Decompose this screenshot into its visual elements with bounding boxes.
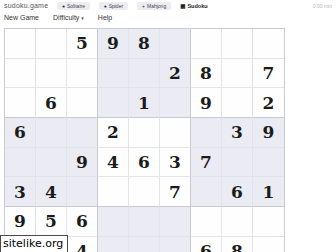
cell-r2c2[interactable] — [36, 59, 67, 89]
cell-r5c2[interactable] — [36, 148, 67, 178]
site-logo: sudoku.game — [4, 2, 48, 9]
menu-label: Help — [98, 14, 112, 21]
game-site-nav: ♠ Solitaire ♠ Spider + Mahjong ▦ Sudoku — [57, 2, 207, 10]
cell-r4c3[interactable] — [67, 118, 98, 148]
cell-r8c9[interactable] — [253, 237, 284, 252]
cell-r5c6[interactable]: 3 — [160, 148, 191, 178]
nav-label: Sudoku — [187, 3, 207, 9]
cell-r1c5[interactable]: 8 — [129, 29, 160, 59]
cell-r1c4[interactable]: 9 — [98, 29, 129, 59]
cell-r5c4[interactable]: 4 — [98, 148, 129, 178]
cell-r3c6[interactable] — [160, 88, 191, 118]
cell-r2c5[interactable] — [129, 59, 160, 89]
cell-r4c4[interactable]: 2 — [98, 118, 129, 148]
cell-r5c5[interactable]: 6 — [129, 148, 160, 178]
menu-new-game[interactable]: New Game — [4, 14, 39, 21]
cell-r3c1[interactable] — [5, 88, 36, 118]
cell-r1c6[interactable] — [160, 29, 191, 59]
spade-icon: ♠ — [104, 3, 107, 9]
cell-r8c7[interactable]: 6 — [191, 237, 222, 252]
cell-r4c1[interactable]: 6 — [5, 118, 36, 148]
spade-icon: ♠ — [62, 3, 65, 9]
cell-r6c8[interactable]: 6 — [222, 177, 253, 207]
cell-r3c3[interactable] — [67, 88, 98, 118]
cell-r3c9[interactable]: 2 — [253, 88, 284, 118]
nav-label: Spider — [109, 3, 123, 9]
cell-r8c6[interactable] — [160, 237, 191, 252]
cell-r2c4[interactable] — [98, 59, 129, 89]
cell-r1c3[interactable]: 5 — [67, 29, 98, 59]
cell-r4c6[interactable] — [160, 118, 191, 148]
cell-r6c5[interactable] — [129, 177, 160, 207]
cell-r7c6[interactable] — [160, 207, 191, 237]
chevron-down-icon: ▾ — [81, 15, 84, 21]
menu-bar: New Game Difficulty ▾ Help — [0, 11, 336, 24]
cell-r6c9[interactable]: 1 — [253, 177, 284, 207]
cell-r1c8[interactable] — [222, 29, 253, 59]
cell-r3c4[interactable] — [98, 88, 129, 118]
menu-difficulty[interactable]: Difficulty ▾ — [53, 14, 84, 21]
cell-r7c9[interactable] — [253, 207, 284, 237]
cell-r4c9[interactable]: 9 — [253, 118, 284, 148]
cell-r2c1[interactable] — [5, 59, 36, 89]
nav-item-sudoku[interactable]: ▦ Sudoku — [180, 3, 207, 9]
cell-r5c1[interactable] — [5, 148, 36, 178]
cell-r2c7[interactable]: 8 — [191, 59, 222, 89]
cell-r3c2[interactable]: 6 — [36, 88, 67, 118]
timer-text: 0:00 min — [313, 3, 332, 9]
sudoku-board: 598287619262399463734761956468 — [4, 28, 285, 252]
cell-r7c4[interactable] — [98, 207, 129, 237]
cell-r6c1[interactable]: 3 — [5, 177, 36, 207]
watermark: sitelike.org — [0, 235, 68, 252]
nav-item-spider[interactable]: ♠ Spider — [99, 2, 128, 10]
cell-r5c7[interactable]: 7 — [191, 148, 222, 178]
cell-r1c7[interactable] — [191, 29, 222, 59]
cell-r4c2[interactable] — [36, 118, 67, 148]
cell-r6c7[interactable] — [191, 177, 222, 207]
cell-r3c5[interactable]: 1 — [129, 88, 160, 118]
cell-r8c4[interactable] — [98, 237, 129, 252]
cell-r5c8[interactable] — [222, 148, 253, 178]
cell-r2c8[interactable] — [222, 59, 253, 89]
menu-label: New Game — [4, 14, 39, 21]
top-header-bar: sudoku.game ♠ Solitaire ♠ Spider + Mahjo… — [0, 0, 336, 11]
mahjong-icon: + — [142, 3, 145, 9]
cell-r1c2[interactable] — [36, 29, 67, 59]
cell-r2c3[interactable] — [67, 59, 98, 89]
cell-r5c9[interactable] — [253, 148, 284, 178]
sudoku-game-page: sudoku.game ♠ Solitaire ♠ Spider + Mahjo… — [0, 0, 336, 252]
cell-r8c8[interactable]: 8 — [222, 237, 253, 252]
cell-r6c6[interactable]: 7 — [160, 177, 191, 207]
cell-r4c5[interactable] — [129, 118, 160, 148]
cell-r3c8[interactable] — [222, 88, 253, 118]
menu-label: Difficulty — [53, 14, 79, 21]
cell-r1c9[interactable] — [253, 29, 284, 59]
cell-r4c8[interactable]: 3 — [222, 118, 253, 148]
cell-r3c7[interactable]: 9 — [191, 88, 222, 118]
cell-r6c3[interactable] — [67, 177, 98, 207]
cell-r2c6[interactable]: 2 — [160, 59, 191, 89]
cell-r4c7[interactable] — [191, 118, 222, 148]
nav-item-solitaire[interactable]: ♠ Solitaire — [57, 2, 90, 10]
cell-r8c5[interactable] — [129, 237, 160, 252]
cell-r6c4[interactable] — [98, 177, 129, 207]
nav-label: Mahjong — [147, 3, 166, 9]
nav-item-mahjong[interactable]: + Mahjong — [137, 2, 171, 10]
nav-label: Solitaire — [67, 3, 85, 9]
cell-r2c9[interactable]: 7 — [253, 59, 284, 89]
cell-r7c8[interactable] — [222, 207, 253, 237]
cell-r7c1[interactable]: 9 — [5, 207, 36, 237]
cell-r7c3[interactable]: 6 — [67, 207, 98, 237]
cell-r7c7[interactable] — [191, 207, 222, 237]
cell-r7c2[interactable]: 5 — [36, 207, 67, 237]
cell-r7c5[interactable] — [129, 207, 160, 237]
menu-help[interactable]: Help — [98, 14, 112, 21]
cell-r8c3[interactable]: 4 — [67, 237, 98, 252]
cell-r5c3[interactable]: 9 — [67, 148, 98, 178]
cell-r1c1[interactable] — [5, 29, 36, 59]
grid-icon: ▦ — [180, 3, 185, 9]
cell-r6c2[interactable]: 4 — [36, 177, 67, 207]
